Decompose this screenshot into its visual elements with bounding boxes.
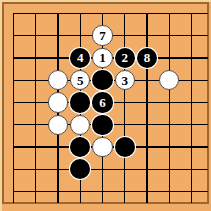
white-stone — [92, 137, 112, 157]
move-3-white-stone: 3 — [115, 70, 135, 90]
board-intersection: 4 — [69, 47, 91, 69]
board-intersection — [158, 69, 180, 91]
board-intersection — [69, 91, 91, 113]
board-intersection — [47, 91, 69, 113]
board-intersection — [47, 114, 69, 136]
board-intersection: 2 — [114, 47, 136, 69]
board-intersection: 7 — [91, 24, 113, 46]
board-intersection — [69, 114, 91, 136]
move-7-white-stone: 7 — [92, 25, 112, 45]
move-number: 2 — [122, 51, 129, 64]
board-intersection: 6 — [91, 91, 113, 113]
move-1-white-stone: 1 — [92, 48, 112, 68]
white-stone — [70, 115, 90, 135]
white-stone — [48, 70, 68, 90]
move-2-black-stone: 2 — [115, 48, 135, 68]
black-stone — [70, 159, 90, 179]
move-number: 8 — [144, 51, 151, 64]
board-intersection: 8 — [136, 47, 158, 69]
board-intersection — [47, 69, 69, 91]
board-intersection — [91, 69, 113, 91]
move-4-black-stone: 4 — [70, 48, 90, 68]
move-number: 7 — [99, 29, 106, 42]
black-stone — [115, 137, 135, 157]
black-stone — [70, 92, 90, 112]
move-8-black-stone: 8 — [137, 48, 157, 68]
board-intersection — [69, 158, 91, 180]
board-intersection — [91, 114, 113, 136]
board-intersection: 1 — [91, 47, 113, 69]
move-number: 4 — [77, 51, 84, 64]
white-stone — [48, 115, 68, 135]
move-number: 3 — [122, 73, 129, 86]
white-stone — [48, 92, 68, 112]
move-5-white-stone: 5 — [70, 70, 90, 90]
board-intersection — [69, 136, 91, 158]
move-number: 6 — [99, 95, 106, 108]
white-stone — [159, 70, 179, 90]
move-number: 5 — [77, 73, 84, 86]
black-stone — [92, 70, 112, 90]
board-intersection: 3 — [114, 69, 136, 91]
board-intersection — [114, 136, 136, 158]
go-board-grid: 74128536 — [2, 2, 203, 203]
move-6-black-stone: 6 — [92, 92, 112, 112]
board-intersection: 5 — [69, 69, 91, 91]
go-corner-diagram: 74128536 — [0, 0, 211, 211]
board-intersection — [91, 136, 113, 158]
move-number: 1 — [99, 51, 106, 64]
black-stone — [92, 115, 112, 135]
black-stone — [70, 137, 90, 157]
